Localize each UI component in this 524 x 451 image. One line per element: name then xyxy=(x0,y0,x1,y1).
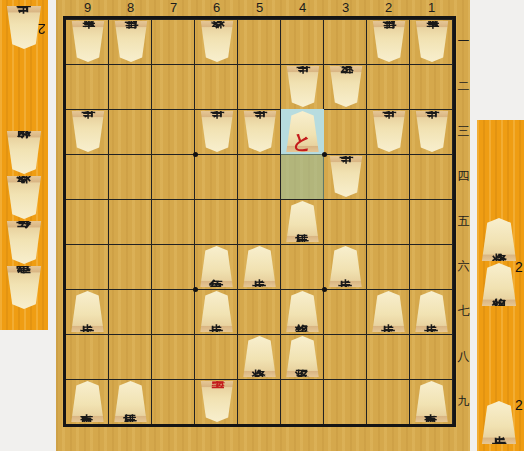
highlight-origin-square[interactable] xyxy=(281,154,324,199)
board-cell-6-2[interactable] xyxy=(195,64,238,109)
board-cell-9-2[interactable] xyxy=(66,64,109,109)
board-cell-3-9[interactable] xyxy=(324,379,367,424)
star-point xyxy=(193,287,198,292)
shogi-app: 歩兵2銀将金将角行飛車 金将銀将2歩兵2 987654321 一二三四五六七八九… xyxy=(0,0,524,451)
file-label: 5 xyxy=(238,0,281,16)
sente-captured-pieces-stand: 金将銀将2歩兵2 xyxy=(477,120,524,451)
hand-piece-金将[interactable]: 金将 xyxy=(480,218,518,261)
star-point xyxy=(322,287,327,292)
board-cell-5-1[interactable] xyxy=(238,19,281,64)
board-cell-4-6[interactable] xyxy=(281,244,324,289)
board-cell-8-5[interactable] xyxy=(109,199,152,244)
file-label: 4 xyxy=(281,0,324,16)
board-cell-9-8[interactable] xyxy=(66,334,109,379)
board-cell-8-2[interactable] xyxy=(109,64,152,109)
hand-count: 2 xyxy=(38,22,46,36)
star-point xyxy=(193,152,198,157)
board-cell-6-4[interactable] xyxy=(195,154,238,199)
hand-piece-飛車[interactable]: 飛車 xyxy=(5,266,43,309)
board-cell-8-6[interactable] xyxy=(109,244,152,289)
board-cell-3-3[interactable] xyxy=(324,109,367,154)
rank-label: 四 xyxy=(455,154,472,199)
board-cell-1-8[interactable] xyxy=(410,334,453,379)
rank-label: 三 xyxy=(455,109,472,154)
board-cell-9-6[interactable] xyxy=(66,244,109,289)
board-cell-9-5[interactable] xyxy=(66,199,109,244)
rank-label: 六 xyxy=(455,244,472,289)
board-cell-1-5[interactable] xyxy=(410,199,453,244)
board-cell-8-7[interactable] xyxy=(109,289,152,334)
board-cell-2-5[interactable] xyxy=(367,199,410,244)
board-cell-5-9[interactable] xyxy=(238,379,281,424)
board-cell-7-3[interactable] xyxy=(152,109,195,154)
gote-captured-pieces-stand: 歩兵2銀将金将角行飛車 xyxy=(0,0,48,330)
file-label: 7 xyxy=(152,0,195,16)
board-cell-1-4[interactable] xyxy=(410,154,453,199)
board-cell-5-2[interactable] xyxy=(238,64,281,109)
board-cell-7-1[interactable] xyxy=(152,19,195,64)
board-cell-7-8[interactable] xyxy=(152,334,195,379)
rank-label: 一 xyxy=(455,19,472,64)
board-cell-6-5[interactable] xyxy=(195,199,238,244)
board-cell-2-2[interactable] xyxy=(367,64,410,109)
board-cell-2-9[interactable] xyxy=(367,379,410,424)
file-label: 9 xyxy=(66,0,109,16)
file-label: 8 xyxy=(109,0,152,16)
hand-piece-角行[interactable]: 角行 xyxy=(5,221,43,264)
board-cell-3-1[interactable] xyxy=(324,19,367,64)
rank-label: 九 xyxy=(455,379,472,424)
board-cell-8-4[interactable] xyxy=(109,154,152,199)
board-cell-9-4[interactable] xyxy=(66,154,109,199)
board-cell-7-7[interactable] xyxy=(152,289,195,334)
hand-piece-歩兵[interactable]: 歩兵 xyxy=(480,401,518,444)
rank-label: 二 xyxy=(455,64,472,109)
file-label: 3 xyxy=(324,0,367,16)
hand-count: 2 xyxy=(515,260,523,274)
board-cell-5-7[interactable] xyxy=(238,289,281,334)
hand-piece-金将[interactable]: 金将 xyxy=(5,176,43,219)
rank-labels: 一二三四五六七八九 xyxy=(455,19,472,424)
board-cell-3-7[interactable] xyxy=(324,289,367,334)
file-labels: 987654321 xyxy=(66,0,453,16)
rank-label: 七 xyxy=(455,289,472,334)
file-label: 1 xyxy=(410,0,453,16)
rank-label: 八 xyxy=(455,334,472,379)
board-cell-7-2[interactable] xyxy=(152,64,195,109)
file-label: 2 xyxy=(367,0,410,16)
hand-piece-銀将[interactable]: 銀将 xyxy=(5,131,43,174)
board-cell-7-9[interactable] xyxy=(152,379,195,424)
board-cell-2-4[interactable] xyxy=(367,154,410,199)
star-point xyxy=(322,152,327,157)
piece-kanji: と xyxy=(293,120,313,143)
file-label: 6 xyxy=(195,0,238,16)
board-cell-2-8[interactable] xyxy=(367,334,410,379)
board-cell-8-8[interactable] xyxy=(109,334,152,379)
hand-piece-銀将[interactable]: 銀将 xyxy=(480,263,518,306)
board-cell-7-5[interactable] xyxy=(152,199,195,244)
shogi-board: 香車桂馬金将桂馬香車歩兵王将歩兵歩兵歩兵歩兵歩兵歩兵龍王と桂馬角行歩兵歩兵歩兵歩… xyxy=(63,16,456,427)
board-cell-8-3[interactable] xyxy=(109,109,152,154)
board-cell-4-9[interactable] xyxy=(281,379,324,424)
board-cell-3-8[interactable] xyxy=(324,334,367,379)
board-cell-3-5[interactable] xyxy=(324,199,367,244)
board-cell-4-1[interactable] xyxy=(281,19,324,64)
board-grid: 香車桂馬金将桂馬香車歩兵王将歩兵歩兵歩兵歩兵歩兵歩兵龍王と桂馬角行歩兵歩兵歩兵歩… xyxy=(66,19,453,424)
hand-count: 2 xyxy=(515,398,523,412)
board-cell-5-5[interactable] xyxy=(238,199,281,244)
board-cell-1-6[interactable] xyxy=(410,244,453,289)
board-cell-5-4[interactable] xyxy=(238,154,281,199)
board-cell-2-6[interactable] xyxy=(367,244,410,289)
board-cell-7-6[interactable] xyxy=(152,244,195,289)
board-cell-6-8[interactable] xyxy=(195,334,238,379)
board-cell-1-2[interactable] xyxy=(410,64,453,109)
rank-label: 五 xyxy=(455,199,472,244)
board-cell-7-4[interactable] xyxy=(152,154,195,199)
